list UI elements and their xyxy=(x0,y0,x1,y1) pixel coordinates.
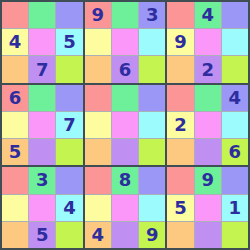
cell-r6c2[interactable] xyxy=(29,139,55,165)
cell-r3c9[interactable] xyxy=(222,56,248,82)
cell-r7c6[interactable] xyxy=(139,167,165,193)
cell-r5c2[interactable] xyxy=(29,112,55,138)
cell-r7c1[interactable] xyxy=(2,167,28,193)
cell-r9c1[interactable] xyxy=(2,222,28,248)
cell-r7c8[interactable]: 9 xyxy=(195,167,221,193)
cell-r2c8[interactable] xyxy=(195,29,221,55)
cell-r4c1[interactable]: 6 xyxy=(2,85,28,111)
cell-r7c4[interactable] xyxy=(85,167,111,193)
cell-r6c6[interactable] xyxy=(139,139,165,165)
cell-r3c6[interactable] xyxy=(139,56,165,82)
cell-r5c3[interactable]: 7 xyxy=(56,112,82,138)
cell-r8c8[interactable] xyxy=(195,195,221,221)
cell-r6c5[interactable] xyxy=(112,139,138,165)
box-7: 345 xyxy=(2,167,83,248)
cell-r4c4[interactable] xyxy=(85,85,111,111)
cell-r2c2[interactable] xyxy=(29,29,55,55)
box-9: 951 xyxy=(167,167,248,248)
cell-r4c8[interactable] xyxy=(195,85,221,111)
box-8: 849 xyxy=(85,167,166,248)
cell-r6c8[interactable] xyxy=(195,139,221,165)
cell-r5c4[interactable] xyxy=(85,112,111,138)
sudoku-board: 457936492675426345849951 xyxy=(0,0,250,250)
cell-r6c1[interactable]: 5 xyxy=(2,139,28,165)
cell-r1c7[interactable] xyxy=(167,2,193,28)
cell-r9c6[interactable]: 9 xyxy=(139,222,165,248)
cell-r5c5[interactable] xyxy=(112,112,138,138)
cell-r4c6[interactable] xyxy=(139,85,165,111)
cell-r2c7[interactable]: 9 xyxy=(167,29,193,55)
cell-r2c9[interactable] xyxy=(222,29,248,55)
cell-r1c6[interactable]: 3 xyxy=(139,2,165,28)
cell-r7c9[interactable] xyxy=(222,167,248,193)
cell-r9c7[interactable] xyxy=(167,222,193,248)
cell-r8c5[interactable] xyxy=(112,195,138,221)
cell-r7c7[interactable] xyxy=(167,167,193,193)
cell-r4c2[interactable] xyxy=(29,85,55,111)
cell-r3c5[interactable]: 6 xyxy=(112,56,138,82)
cell-r2c3[interactable]: 5 xyxy=(56,29,82,55)
cell-r3c3[interactable] xyxy=(56,56,82,82)
box-5 xyxy=(85,85,166,166)
cell-r6c3[interactable] xyxy=(56,139,82,165)
cell-r8c1[interactable] xyxy=(2,195,28,221)
cell-r4c3[interactable] xyxy=(56,85,82,111)
cell-r3c8[interactable]: 2 xyxy=(195,56,221,82)
cell-r3c2[interactable]: 7 xyxy=(29,56,55,82)
cell-r1c2[interactable] xyxy=(29,2,55,28)
cell-r9c4[interactable]: 4 xyxy=(85,222,111,248)
cell-r5c6[interactable] xyxy=(139,112,165,138)
cell-r9c5[interactable] xyxy=(112,222,138,248)
cell-r5c8[interactable] xyxy=(195,112,221,138)
cell-r8c9[interactable]: 1 xyxy=(222,195,248,221)
cell-r4c5[interactable] xyxy=(112,85,138,111)
box-6: 426 xyxy=(167,85,248,166)
cell-r4c7[interactable] xyxy=(167,85,193,111)
cell-r7c3[interactable] xyxy=(56,167,82,193)
cell-r3c1[interactable] xyxy=(2,56,28,82)
cell-r3c4[interactable] xyxy=(85,56,111,82)
cell-r1c3[interactable] xyxy=(56,2,82,28)
cell-r8c7[interactable]: 5 xyxy=(167,195,193,221)
cell-r8c4[interactable] xyxy=(85,195,111,221)
box-3: 492 xyxy=(167,2,248,83)
cell-r8c3[interactable]: 4 xyxy=(56,195,82,221)
cell-r1c4[interactable]: 9 xyxy=(85,2,111,28)
cell-r2c1[interactable]: 4 xyxy=(2,29,28,55)
cell-r1c1[interactable] xyxy=(2,2,28,28)
cell-r5c1[interactable] xyxy=(2,112,28,138)
cell-r9c2[interactable]: 5 xyxy=(29,222,55,248)
cell-r6c4[interactable] xyxy=(85,139,111,165)
cell-r9c3[interactable] xyxy=(56,222,82,248)
cell-r2c5[interactable] xyxy=(112,29,138,55)
cell-r5c9[interactable] xyxy=(222,112,248,138)
cell-r1c9[interactable] xyxy=(222,2,248,28)
cell-r8c2[interactable] xyxy=(29,195,55,221)
cell-r4c9[interactable]: 4 xyxy=(222,85,248,111)
cell-r7c5[interactable]: 8 xyxy=(112,167,138,193)
cell-r1c8[interactable]: 4 xyxy=(195,2,221,28)
cell-r3c7[interactable] xyxy=(167,56,193,82)
box-1: 457 xyxy=(2,2,83,83)
cell-r6c7[interactable] xyxy=(167,139,193,165)
cell-r6c9[interactable]: 6 xyxy=(222,139,248,165)
box-2: 936 xyxy=(85,2,166,83)
cell-r9c8[interactable] xyxy=(195,222,221,248)
box-4: 675 xyxy=(2,85,83,166)
cell-r2c4[interactable] xyxy=(85,29,111,55)
cell-r8c6[interactable] xyxy=(139,195,165,221)
cell-r5c7[interactable]: 2 xyxy=(167,112,193,138)
cell-r2c6[interactable] xyxy=(139,29,165,55)
cell-r7c2[interactable]: 3 xyxy=(29,167,55,193)
cell-r1c5[interactable] xyxy=(112,2,138,28)
cell-r9c9[interactable] xyxy=(222,222,248,248)
